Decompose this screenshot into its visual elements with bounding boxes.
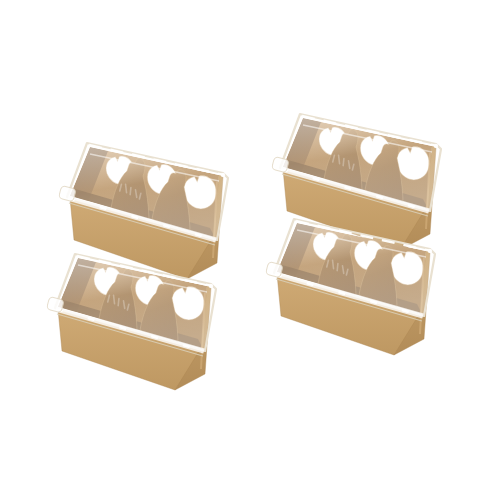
organizer-box-bottom-right (263, 206, 443, 361)
organizer-box-bottom-left (44, 241, 224, 396)
product-photo (0, 0, 500, 500)
